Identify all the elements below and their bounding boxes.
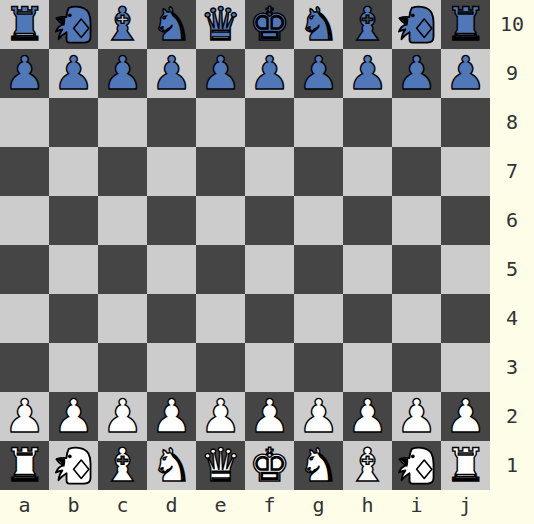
square-d8[interactable] <box>147 98 196 147</box>
square-e9[interactable]: ♟ <box>196 49 245 98</box>
piece-blue-pawn[interactable]: ♟ <box>4 49 45 98</box>
rank-label-2: 2 <box>490 392 534 441</box>
piece-white-lion[interactable] <box>53 445 95 487</box>
rank-label-5: 5 <box>490 245 534 294</box>
square-c3[interactable] <box>98 343 147 392</box>
square-g7[interactable] <box>294 147 343 196</box>
piece-white-queen[interactable]: ♛ <box>200 441 241 490</box>
piece-white-pawn[interactable]: ♟ <box>151 392 192 441</box>
piece-blue-pawn[interactable]: ♟ <box>445 49 486 98</box>
square-c10[interactable]: ♝ <box>98 0 147 49</box>
piece-white-pawn[interactable]: ♟ <box>200 392 241 441</box>
square-j7[interactable] <box>441 147 490 196</box>
square-i4[interactable] <box>392 294 441 343</box>
square-e8[interactable] <box>196 98 245 147</box>
piece-white-pawn[interactable]: ♟ <box>53 392 94 441</box>
square-i7[interactable] <box>392 147 441 196</box>
rank-label-9: 9 <box>490 49 534 98</box>
square-i6[interactable] <box>392 196 441 245</box>
square-a8[interactable] <box>0 98 49 147</box>
piece-blue-rook[interactable]: ♜ <box>445 0 486 49</box>
square-i9[interactable]: ♟ <box>392 49 441 98</box>
square-b3[interactable] <box>49 343 98 392</box>
piece-white-lion[interactable] <box>396 445 438 487</box>
chessboard: ♜♝♞♛♚♞♝♜♟♟♟♟♟♟♟♟♟♟♟♟♟♟♟♟♟♟♟♟♜♝♞♛♚♞♝♜ <box>0 0 490 490</box>
square-f1[interactable]: ♚ <box>245 441 294 490</box>
square-j2[interactable]: ♟ <box>441 392 490 441</box>
square-e6[interactable] <box>196 196 245 245</box>
square-e7[interactable] <box>196 147 245 196</box>
lion-icon <box>53 445 95 487</box>
square-h4[interactable] <box>343 294 392 343</box>
square-b6[interactable] <box>49 196 98 245</box>
piece-white-king[interactable]: ♚ <box>249 441 290 490</box>
square-g4[interactable] <box>294 294 343 343</box>
square-g10[interactable]: ♞ <box>294 0 343 49</box>
square-j6[interactable] <box>441 196 490 245</box>
piece-blue-king[interactable]: ♚ <box>249 0 290 49</box>
rank-label-1: 1 <box>490 441 534 490</box>
square-g5[interactable] <box>294 245 343 294</box>
square-b9[interactable]: ♟ <box>49 49 98 98</box>
piece-blue-pawn[interactable]: ♟ <box>102 49 143 98</box>
square-b4[interactable] <box>49 294 98 343</box>
square-d7[interactable] <box>147 147 196 196</box>
lion-icon <box>396 445 438 487</box>
square-d9[interactable]: ♟ <box>147 49 196 98</box>
square-d1[interactable]: ♞ <box>147 441 196 490</box>
piece-blue-pawn[interactable]: ♟ <box>151 49 192 98</box>
square-a7[interactable] <box>0 147 49 196</box>
piece-blue-pawn[interactable]: ♟ <box>249 49 290 98</box>
piece-white-pawn[interactable]: ♟ <box>102 392 143 441</box>
piece-white-pawn[interactable]: ♟ <box>4 392 45 441</box>
square-h2[interactable]: ♟ <box>343 392 392 441</box>
square-j1[interactable]: ♜ <box>441 441 490 490</box>
square-j9[interactable]: ♟ <box>441 49 490 98</box>
square-j4[interactable] <box>441 294 490 343</box>
piece-blue-pawn[interactable]: ♟ <box>347 49 388 98</box>
square-b1[interactable] <box>49 441 98 490</box>
square-d5[interactable] <box>147 245 196 294</box>
file-label-h: h <box>343 490 392 524</box>
square-f4[interactable] <box>245 294 294 343</box>
square-e5[interactable] <box>196 245 245 294</box>
file-label-i: i <box>392 490 441 524</box>
rank-label-7: 7 <box>490 147 534 196</box>
rank-labels: 10987654321 <box>490 0 534 490</box>
square-h8[interactable] <box>343 98 392 147</box>
piece-blue-knight[interactable]: ♞ <box>298 0 339 49</box>
piece-blue-lion[interactable] <box>53 4 95 46</box>
square-h5[interactable] <box>343 245 392 294</box>
square-c8[interactable] <box>98 98 147 147</box>
square-f7[interactable] <box>245 147 294 196</box>
file-label-c: c <box>98 490 147 524</box>
square-b10[interactable] <box>49 0 98 49</box>
file-labels: abcdefghij <box>0 490 490 524</box>
square-j5[interactable] <box>441 245 490 294</box>
square-i8[interactable] <box>392 98 441 147</box>
square-h6[interactable] <box>343 196 392 245</box>
square-h7[interactable] <box>343 147 392 196</box>
piece-white-pawn[interactable]: ♟ <box>445 392 486 441</box>
rank-label-6: 6 <box>490 196 534 245</box>
piece-white-pawn[interactable]: ♟ <box>396 392 437 441</box>
piece-blue-rook[interactable]: ♜ <box>4 0 45 49</box>
piece-white-rook[interactable]: ♜ <box>445 441 486 490</box>
square-g9[interactable]: ♟ <box>294 49 343 98</box>
file-label-a: a <box>0 490 49 524</box>
square-d4[interactable] <box>147 294 196 343</box>
square-h1[interactable]: ♝ <box>343 441 392 490</box>
square-i1[interactable] <box>392 441 441 490</box>
square-c4[interactable] <box>98 294 147 343</box>
square-i10[interactable] <box>392 0 441 49</box>
square-a6[interactable] <box>0 196 49 245</box>
file-label-e: e <box>196 490 245 524</box>
square-i2[interactable]: ♟ <box>392 392 441 441</box>
square-f9[interactable]: ♟ <box>245 49 294 98</box>
rank-label-8: 8 <box>490 98 534 147</box>
piece-white-knight[interactable]: ♞ <box>151 441 192 490</box>
piece-white-pawn[interactable]: ♟ <box>298 392 339 441</box>
rank-label-3: 3 <box>490 343 534 392</box>
square-c9[interactable]: ♟ <box>98 49 147 98</box>
square-e4[interactable] <box>196 294 245 343</box>
square-i3[interactable] <box>392 343 441 392</box>
square-h3[interactable] <box>343 343 392 392</box>
piece-blue-bishop[interactable]: ♝ <box>102 0 143 49</box>
square-f10[interactable]: ♚ <box>245 0 294 49</box>
square-a3[interactable] <box>0 343 49 392</box>
square-a1[interactable]: ♜ <box>0 441 49 490</box>
file-label-f: f <box>245 490 294 524</box>
square-c6[interactable] <box>98 196 147 245</box>
piece-white-pawn[interactable]: ♟ <box>347 392 388 441</box>
square-f8[interactable] <box>245 98 294 147</box>
square-j3[interactable] <box>441 343 490 392</box>
square-e10[interactable]: ♛ <box>196 0 245 49</box>
square-c1[interactable]: ♝ <box>98 441 147 490</box>
square-h9[interactable]: ♟ <box>343 49 392 98</box>
lion-icon <box>396 4 438 46</box>
square-e3[interactable] <box>196 343 245 392</box>
square-e2[interactable]: ♟ <box>196 392 245 441</box>
square-e1[interactable]: ♛ <box>196 441 245 490</box>
square-g6[interactable] <box>294 196 343 245</box>
square-d3[interactable] <box>147 343 196 392</box>
square-a5[interactable] <box>0 245 49 294</box>
square-c5[interactable] <box>98 245 147 294</box>
square-f2[interactable]: ♟ <box>245 392 294 441</box>
piece-blue-pawn[interactable]: ♟ <box>396 49 437 98</box>
piece-white-rook[interactable]: ♜ <box>4 441 45 490</box>
square-b7[interactable] <box>49 147 98 196</box>
square-j10[interactable]: ♜ <box>441 0 490 49</box>
square-a2[interactable]: ♟ <box>0 392 49 441</box>
square-f6[interactable] <box>245 196 294 245</box>
rank-label-4: 4 <box>490 294 534 343</box>
square-b2[interactable]: ♟ <box>49 392 98 441</box>
square-d2[interactable]: ♟ <box>147 392 196 441</box>
square-h10[interactable]: ♝ <box>343 0 392 49</box>
piece-blue-pawn[interactable]: ♟ <box>200 49 241 98</box>
piece-blue-queen[interactable]: ♛ <box>200 0 241 49</box>
square-d6[interactable] <box>147 196 196 245</box>
piece-blue-lion[interactable] <box>396 4 438 46</box>
square-g3[interactable] <box>294 343 343 392</box>
file-label-d: d <box>147 490 196 524</box>
piece-blue-pawn[interactable]: ♟ <box>53 49 94 98</box>
square-b5[interactable] <box>49 245 98 294</box>
rank-label-10: 10 <box>490 0 534 49</box>
lion-icon <box>53 4 95 46</box>
square-a4[interactable] <box>0 294 49 343</box>
file-label-g: g <box>294 490 343 524</box>
piece-blue-knight[interactable]: ♞ <box>151 0 192 49</box>
piece-white-bishop[interactable]: ♝ <box>102 441 143 490</box>
piece-blue-bishop[interactable]: ♝ <box>347 0 388 49</box>
square-f3[interactable] <box>245 343 294 392</box>
file-label-j: j <box>441 490 490 524</box>
square-a9[interactable]: ♟ <box>0 49 49 98</box>
square-d10[interactable]: ♞ <box>147 0 196 49</box>
square-g1[interactable]: ♞ <box>294 441 343 490</box>
square-f5[interactable] <box>245 245 294 294</box>
piece-blue-pawn[interactable]: ♟ <box>298 49 339 98</box>
square-c2[interactable]: ♟ <box>98 392 147 441</box>
piece-white-knight[interactable]: ♞ <box>298 441 339 490</box>
square-g2[interactable]: ♟ <box>294 392 343 441</box>
square-a10[interactable]: ♜ <box>0 0 49 49</box>
file-label-b: b <box>49 490 98 524</box>
square-c7[interactable] <box>98 147 147 196</box>
square-j8[interactable] <box>441 98 490 147</box>
piece-white-bishop[interactable]: ♝ <box>347 441 388 490</box>
square-g8[interactable] <box>294 98 343 147</box>
piece-white-pawn[interactable]: ♟ <box>249 392 290 441</box>
square-i5[interactable] <box>392 245 441 294</box>
square-b8[interactable] <box>49 98 98 147</box>
